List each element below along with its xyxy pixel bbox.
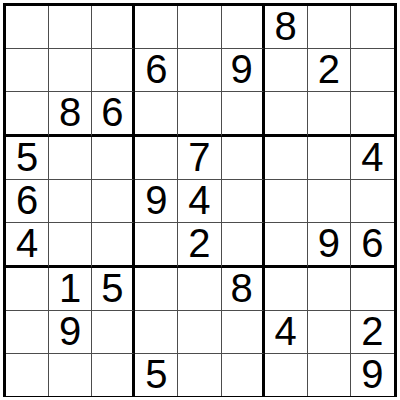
cell-r7c5[interactable] [178, 268, 221, 311]
cell-r7c2[interactable]: 1 [49, 268, 92, 311]
cell-r6c3[interactable] [92, 223, 135, 268]
sudoku-page: 869286574694429615894259 [0, 0, 400, 400]
cell-r7c9[interactable] [351, 268, 394, 311]
cell-r1c9[interactable] [351, 6, 394, 49]
cell-r5c7[interactable] [265, 180, 308, 223]
cell-r9c5[interactable] [178, 354, 221, 396]
cell-r4c3[interactable] [92, 137, 135, 180]
given-digit: 9 [230, 49, 252, 89]
given-digit: 5 [101, 268, 123, 308]
given-digit: 2 [188, 223, 210, 263]
cell-r9c6[interactable] [222, 354, 265, 396]
given-digit: 6 [16, 180, 38, 220]
cell-r3c6[interactable] [222, 92, 265, 137]
given-digit: 8 [275, 6, 297, 46]
given-digit: 8 [59, 92, 81, 132]
cell-r2c6[interactable]: 9 [222, 49, 265, 92]
cell-r1c8[interactable] [308, 6, 351, 49]
cell-r8c8[interactable] [308, 311, 351, 354]
cell-r8c4[interactable] [135, 311, 178, 354]
cell-r6c2[interactable] [49, 223, 92, 268]
given-digit: 6 [101, 92, 123, 132]
cell-r5c8[interactable] [308, 180, 351, 223]
cell-r3c4[interactable] [135, 92, 178, 137]
cell-r9c4[interactable]: 5 [135, 354, 178, 396]
cell-r4c2[interactable] [49, 137, 92, 180]
cell-r4c6[interactable] [222, 137, 265, 180]
given-digit: 9 [145, 180, 167, 220]
cell-r9c3[interactable] [92, 354, 135, 396]
cell-r9c8[interactable] [308, 354, 351, 396]
given-digit: 5 [16, 137, 38, 177]
given-digit: 1 [59, 268, 81, 308]
cell-r3c5[interactable] [178, 92, 221, 137]
cell-r6c4[interactable] [135, 223, 178, 268]
cell-r9c1[interactable] [6, 354, 49, 396]
cell-r6c5[interactable]: 2 [178, 223, 221, 268]
sudoku-board: 869286574694429615894259 [3, 3, 397, 397]
cell-r1c2[interactable] [49, 6, 92, 49]
cell-r4c9[interactable]: 4 [351, 137, 394, 180]
cell-r1c6[interactable] [222, 6, 265, 49]
given-digit: 4 [16, 223, 38, 263]
cell-r2c9[interactable] [351, 49, 394, 92]
cell-r5c3[interactable] [92, 180, 135, 223]
given-digit: 5 [145, 354, 167, 394]
given-digit: 4 [361, 137, 383, 177]
given-digit: 4 [188, 180, 210, 220]
cell-r6c6[interactable] [222, 223, 265, 268]
cell-r2c7[interactable] [265, 49, 308, 92]
given-digit: 2 [361, 311, 383, 351]
given-digit: 2 [318, 49, 340, 89]
cell-r7c6[interactable]: 8 [222, 268, 265, 311]
cell-r5c6[interactable] [222, 180, 265, 223]
cell-r4c7[interactable] [265, 137, 308, 180]
cell-r3c9[interactable] [351, 92, 394, 137]
cell-r6c7[interactable] [265, 223, 308, 268]
given-digit: 6 [145, 49, 167, 89]
cell-r7c7[interactable] [265, 268, 308, 311]
cell-r2c8[interactable]: 2 [308, 49, 351, 92]
given-digit: 9 [318, 223, 340, 263]
cell-r4c8[interactable] [308, 137, 351, 180]
cell-r9c2[interactable] [49, 354, 92, 396]
cell-r4c1[interactable]: 5 [6, 137, 49, 180]
cell-r3c1[interactable] [6, 92, 49, 137]
cell-r8c9[interactable]: 2 [351, 311, 394, 354]
cell-r5c2[interactable] [49, 180, 92, 223]
cell-r3c7[interactable] [265, 92, 308, 137]
cell-r9c9[interactable]: 9 [351, 354, 394, 396]
cell-r8c7[interactable]: 4 [265, 311, 308, 354]
cell-r1c1[interactable] [6, 6, 49, 49]
cell-r2c3[interactable] [92, 49, 135, 92]
cell-r1c7[interactable]: 8 [265, 6, 308, 49]
cell-r2c2[interactable] [49, 49, 92, 92]
given-digit: 9 [59, 311, 81, 351]
cell-r5c4[interactable]: 9 [135, 180, 178, 223]
cell-r6c1[interactable]: 4 [6, 223, 49, 268]
cell-r1c3[interactable] [92, 6, 135, 49]
cell-r4c4[interactable] [135, 137, 178, 180]
cell-r3c2[interactable]: 8 [49, 92, 92, 137]
cell-r8c6[interactable] [222, 311, 265, 354]
cell-r5c9[interactable] [351, 180, 394, 223]
cell-r7c3[interactable]: 5 [92, 268, 135, 311]
cell-r1c5[interactable] [178, 6, 221, 49]
cell-r3c3[interactable]: 6 [92, 92, 135, 137]
cell-r7c4[interactable] [135, 268, 178, 311]
cell-r8c3[interactable] [92, 311, 135, 354]
given-digit: 8 [230, 268, 252, 308]
cell-r2c5[interactable] [178, 49, 221, 92]
cell-r9c7[interactable] [265, 354, 308, 396]
cell-r8c1[interactable] [6, 311, 49, 354]
cell-r4c5[interactable]: 7 [178, 137, 221, 180]
cell-r8c5[interactable] [178, 311, 221, 354]
cell-r3c8[interactable] [308, 92, 351, 137]
given-digit: 6 [361, 223, 383, 263]
given-digit: 7 [188, 137, 210, 177]
cell-r1c4[interactable] [135, 6, 178, 49]
given-digit: 4 [275, 311, 297, 351]
cell-r5c1[interactable]: 6 [6, 180, 49, 223]
cell-r2c1[interactable] [6, 49, 49, 92]
cell-r6c8[interactable]: 9 [308, 223, 351, 268]
given-digit: 9 [361, 354, 383, 394]
cell-r2c4[interactable]: 6 [135, 49, 178, 92]
cell-r7c1[interactable] [6, 268, 49, 311]
cell-r7c8[interactable] [308, 268, 351, 311]
cell-r8c2[interactable]: 9 [49, 311, 92, 354]
cell-r6c9[interactable]: 6 [351, 223, 394, 268]
cell-r5c5[interactable]: 4 [178, 180, 221, 223]
